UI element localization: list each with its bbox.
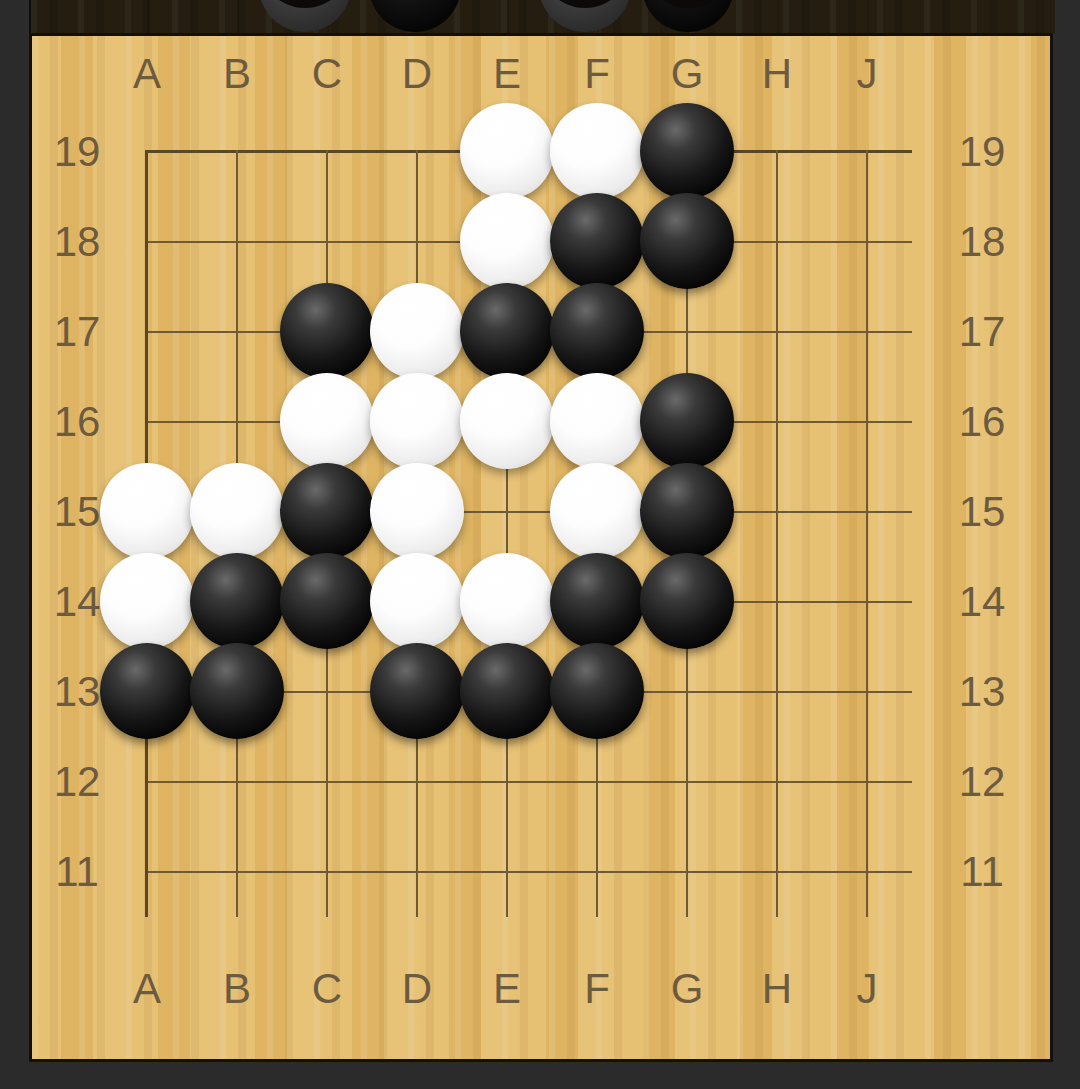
grid-line-vertical bbox=[686, 647, 688, 737]
col-label-D: D bbox=[372, 41, 462, 107]
grid-line-vertical bbox=[326, 197, 328, 287]
grid-line-vertical bbox=[236, 150, 238, 197]
intersection-B14[interactable] bbox=[192, 557, 282, 647]
intersection-A12[interactable] bbox=[102, 737, 192, 827]
intersection-H16[interactable] bbox=[732, 377, 822, 467]
intersection-E11[interactable] bbox=[462, 827, 552, 917]
intersection-H11[interactable] bbox=[732, 827, 822, 917]
intersection-H19[interactable] bbox=[732, 107, 822, 197]
intersection-C11[interactable] bbox=[282, 827, 372, 917]
col-label-C: C bbox=[282, 41, 372, 107]
col-label-B: B bbox=[192, 41, 282, 107]
intersection-D18[interactable] bbox=[372, 197, 462, 287]
dim-grid-line-E bbox=[507, 0, 509, 33]
intersection-E18[interactable] bbox=[462, 197, 552, 287]
intersection-C12[interactable] bbox=[282, 737, 372, 827]
white-stone-D16 bbox=[370, 373, 464, 469]
grid-line-vertical bbox=[596, 827, 598, 917]
grid-line-vertical bbox=[866, 647, 868, 737]
grid-line-horizontal bbox=[147, 421, 192, 423]
row-label-19: 19 bbox=[43, 107, 111, 197]
row-labels-right: 191817161514131211 bbox=[914, 107, 1050, 917]
col-label-G: G bbox=[642, 920, 732, 1058]
intersection-E12[interactable] bbox=[462, 737, 552, 827]
grid-line-vertical bbox=[145, 827, 148, 917]
intersection-D17[interactable] bbox=[372, 287, 462, 377]
column-labels-bottom: ABCDEFGHJ bbox=[102, 920, 912, 1058]
black-stone-D13 bbox=[370, 643, 464, 739]
intersection-D14[interactable] bbox=[372, 557, 462, 647]
black-stone-F13 bbox=[550, 643, 644, 739]
grid-line-vertical bbox=[145, 197, 148, 287]
intersection-B12[interactable] bbox=[192, 737, 282, 827]
black-stone-G19 bbox=[640, 103, 734, 199]
shadowed-board-strip bbox=[29, 0, 1055, 33]
grid-line-vertical bbox=[326, 150, 328, 197]
black-stone-B14 bbox=[190, 553, 284, 649]
intersection-B17[interactable] bbox=[192, 287, 282, 377]
black-stone-F17 bbox=[550, 283, 644, 379]
grid-line-vertical bbox=[236, 377, 238, 467]
intersection-D12[interactable] bbox=[372, 737, 462, 827]
intersection-A15[interactable] bbox=[102, 467, 192, 557]
black-stone-A13 bbox=[100, 643, 194, 739]
intersection-G13[interactable] bbox=[642, 647, 732, 737]
intersection-E15[interactable] bbox=[462, 467, 552, 557]
row-label-19: 19 bbox=[914, 107, 1050, 197]
white-stone-B15 bbox=[190, 463, 284, 559]
intersection-G15[interactable] bbox=[642, 467, 732, 557]
intersection-F18[interactable] bbox=[552, 197, 642, 287]
intersection-E19[interactable] bbox=[462, 107, 552, 197]
intersection-D19[interactable] bbox=[372, 107, 462, 197]
row-label-11: 11 bbox=[43, 827, 111, 917]
grid-line-vertical bbox=[236, 287, 238, 377]
intersection-A18[interactable] bbox=[102, 197, 192, 287]
white-stone-A14 bbox=[100, 553, 194, 649]
grid-line-vertical bbox=[506, 737, 508, 827]
intersection-J12[interactable] bbox=[822, 737, 912, 827]
intersection-F14[interactable] bbox=[552, 557, 642, 647]
intersection-H13[interactable] bbox=[732, 647, 822, 737]
intersection-H18[interactable] bbox=[732, 197, 822, 287]
white-stone-F19 bbox=[550, 103, 644, 199]
col-label-H: H bbox=[732, 920, 822, 1058]
intersection-J17[interactable] bbox=[822, 287, 912, 377]
grid-line-horizontal bbox=[147, 781, 192, 783]
col-label-C: C bbox=[282, 920, 372, 1058]
row-label-18: 18 bbox=[43, 197, 111, 287]
col-label-J: J bbox=[822, 41, 912, 107]
intersection-J18[interactable] bbox=[822, 197, 912, 287]
grid-line-vertical bbox=[596, 737, 598, 827]
intersection-D13[interactable] bbox=[372, 647, 462, 737]
white-stone-D17 bbox=[370, 283, 464, 379]
intersection-G16[interactable] bbox=[642, 377, 732, 467]
row-label-15: 15 bbox=[914, 467, 1050, 557]
col-label-G: G bbox=[642, 41, 732, 107]
row-label-16: 16 bbox=[914, 377, 1050, 467]
intersection-G17[interactable] bbox=[642, 287, 732, 377]
intersection-A14[interactable] bbox=[102, 557, 192, 647]
col-label-F: F bbox=[552, 41, 642, 107]
intersection-F15[interactable] bbox=[552, 467, 642, 557]
intersection-F12[interactable] bbox=[552, 737, 642, 827]
intersection-F19[interactable] bbox=[552, 107, 642, 197]
intersection-C19[interactable] bbox=[282, 107, 372, 197]
intersection-J15[interactable] bbox=[822, 467, 912, 557]
dim-grid-line-A bbox=[147, 0, 149, 33]
intersection-B16[interactable] bbox=[192, 377, 282, 467]
intersection-J13[interactable] bbox=[822, 647, 912, 737]
col-label-B: B bbox=[192, 920, 282, 1058]
grid-line-vertical bbox=[326, 647, 328, 737]
grid-line-vertical bbox=[145, 150, 148, 197]
row-label-18: 18 bbox=[914, 197, 1050, 287]
grid-line-vertical bbox=[866, 467, 868, 557]
intersection-J19[interactable] bbox=[822, 107, 912, 197]
white-stone-E18 bbox=[460, 193, 554, 289]
intersection-D16[interactable] bbox=[372, 377, 462, 467]
grid-line-horizontal bbox=[147, 150, 192, 153]
intersection-J16[interactable] bbox=[822, 377, 912, 467]
intersection-H12[interactable] bbox=[732, 737, 822, 827]
grid-line-vertical bbox=[326, 737, 328, 827]
intersection-B11[interactable] bbox=[192, 827, 282, 917]
intersection-J11[interactable] bbox=[822, 827, 912, 917]
grid-line-vertical bbox=[686, 827, 688, 917]
grid-line-vertical bbox=[145, 377, 148, 467]
grid-line-vertical bbox=[866, 737, 868, 827]
row-label-14: 14 bbox=[914, 557, 1050, 647]
grid-line-vertical bbox=[145, 287, 148, 377]
grid-line-vertical bbox=[776, 557, 778, 647]
black-stone-C14 bbox=[280, 553, 374, 649]
intersection-C16[interactable] bbox=[282, 377, 372, 467]
intersection-E17[interactable] bbox=[462, 287, 552, 377]
intersection-B18[interactable] bbox=[192, 197, 282, 287]
intersection-G14[interactable] bbox=[642, 557, 732, 647]
intersection-A13[interactable] bbox=[102, 647, 192, 737]
col-label-F: F bbox=[552, 920, 642, 1058]
grid-line-vertical bbox=[145, 737, 148, 827]
intersection-A19[interactable] bbox=[102, 107, 192, 197]
grid-line-vertical bbox=[776, 377, 778, 467]
white-stone-C16 bbox=[280, 373, 374, 469]
grid-line-vertical bbox=[236, 197, 238, 287]
intersection-C14[interactable] bbox=[282, 557, 372, 647]
intersection-A16[interactable] bbox=[102, 377, 192, 467]
grid-line-vertical bbox=[776, 737, 778, 827]
intersection-G18[interactable] bbox=[642, 197, 732, 287]
intersection-F13[interactable] bbox=[552, 647, 642, 737]
intersection-A17[interactable] bbox=[102, 287, 192, 377]
row-label-12: 12 bbox=[914, 737, 1050, 827]
white-stone-D15 bbox=[370, 463, 464, 559]
intersection-D15[interactable] bbox=[372, 467, 462, 557]
black-stone-C17 bbox=[280, 283, 374, 379]
intersection-H17[interactable] bbox=[732, 287, 822, 377]
white-stone-E19 bbox=[460, 103, 554, 199]
row-label-12: 12 bbox=[43, 737, 111, 827]
grid-line-vertical bbox=[416, 150, 418, 197]
black-stone-G18 bbox=[640, 193, 734, 289]
intersection-D11[interactable] bbox=[372, 827, 462, 917]
column-labels-top: ABCDEFGHJ bbox=[102, 41, 912, 107]
black-stone-E13 bbox=[460, 643, 554, 739]
col-label-E: E bbox=[462, 41, 552, 107]
grid-line-vertical bbox=[866, 377, 868, 467]
grid-line-vertical bbox=[416, 737, 418, 827]
grid-line-horizontal bbox=[147, 871, 192, 873]
intersection-G11[interactable] bbox=[642, 827, 732, 917]
intersection-A11[interactable] bbox=[102, 827, 192, 917]
intersection-J14[interactable] bbox=[822, 557, 912, 647]
intersection-E16[interactable] bbox=[462, 377, 552, 467]
grid-line-vertical bbox=[416, 827, 418, 917]
grid-line-vertical bbox=[776, 827, 778, 917]
black-stone-E17 bbox=[460, 283, 554, 379]
grid-line-vertical bbox=[416, 197, 418, 287]
white-stone-E14 bbox=[460, 553, 554, 649]
col-label-E: E bbox=[462, 920, 552, 1058]
grid-line-vertical bbox=[236, 737, 238, 827]
white-stone-E16 bbox=[460, 373, 554, 469]
dim-grid-line-H bbox=[777, 0, 779, 33]
intersection-C13[interactable] bbox=[282, 647, 372, 737]
grid-line-vertical bbox=[776, 647, 778, 737]
col-label-H: H bbox=[732, 41, 822, 107]
grid-line-vertical bbox=[776, 197, 778, 287]
black-stone-F14 bbox=[550, 553, 644, 649]
black-stone-G15 bbox=[640, 463, 734, 559]
go-app-viewport: ABCDEFGHJ ABCDEFGHJ 191817161514131211 1… bbox=[0, 0, 1080, 1089]
white-stone-F16 bbox=[550, 373, 644, 469]
row-label-17: 17 bbox=[914, 287, 1050, 377]
row-label-16: 16 bbox=[43, 377, 111, 467]
intersection-C15[interactable] bbox=[282, 467, 372, 557]
row-label-13: 13 bbox=[914, 647, 1050, 737]
white-stone-F15 bbox=[550, 463, 644, 559]
black-stone-G16 bbox=[640, 373, 734, 469]
dim-grid-line-B bbox=[237, 0, 239, 33]
intersection-E14[interactable] bbox=[462, 557, 552, 647]
grid-line-vertical bbox=[776, 287, 778, 377]
grid-line-vertical bbox=[776, 467, 778, 557]
dimmed-black-stone bbox=[369, 0, 461, 32]
col-label-J: J bbox=[822, 920, 912, 1058]
col-label-A: A bbox=[102, 920, 192, 1058]
grid-line-vertical bbox=[686, 737, 688, 827]
intersection-F16[interactable] bbox=[552, 377, 642, 467]
white-stone-D14 bbox=[370, 553, 464, 649]
black-stone-C15 bbox=[280, 463, 374, 559]
white-stone-A15 bbox=[100, 463, 194, 559]
row-label-11: 11 bbox=[914, 827, 1050, 917]
intersection-G19[interactable] bbox=[642, 107, 732, 197]
col-label-A: A bbox=[102, 41, 192, 107]
dim-grid-line-J bbox=[867, 0, 869, 33]
grid-line-vertical bbox=[866, 827, 868, 917]
grid-line-vertical bbox=[506, 827, 508, 917]
intersection-F17[interactable] bbox=[552, 287, 642, 377]
grid-line-vertical bbox=[866, 150, 868, 197]
grid-line-vertical bbox=[776, 150, 778, 197]
grid-line-vertical bbox=[236, 827, 238, 917]
grid-line-horizontal bbox=[147, 241, 192, 243]
black-stone-F18 bbox=[550, 193, 644, 289]
grid-line-vertical bbox=[326, 827, 328, 917]
grid-line-vertical bbox=[866, 197, 868, 287]
intersection-B13[interactable] bbox=[192, 647, 282, 737]
col-label-D: D bbox=[372, 920, 462, 1058]
intersection-H15[interactable] bbox=[732, 467, 822, 557]
board-grid bbox=[102, 107, 912, 917]
grid-line-horizontal bbox=[147, 331, 192, 333]
black-stone-B13 bbox=[190, 643, 284, 739]
intersection-C17[interactable] bbox=[282, 287, 372, 377]
grid-line-vertical bbox=[866, 287, 868, 377]
intersection-G12[interactable] bbox=[642, 737, 732, 827]
intersection-B19[interactable] bbox=[192, 107, 282, 197]
grid-line-vertical bbox=[686, 287, 688, 377]
intersection-B15[interactable] bbox=[192, 467, 282, 557]
row-label-17: 17 bbox=[43, 287, 111, 377]
intersection-H14[interactable] bbox=[732, 557, 822, 647]
black-stone-G14 bbox=[640, 553, 734, 649]
intersection-C18[interactable] bbox=[282, 197, 372, 287]
intersection-F11[interactable] bbox=[552, 827, 642, 917]
grid-line-vertical bbox=[866, 557, 868, 647]
intersection-E13[interactable] bbox=[462, 647, 552, 737]
grid-line-vertical bbox=[506, 467, 508, 557]
